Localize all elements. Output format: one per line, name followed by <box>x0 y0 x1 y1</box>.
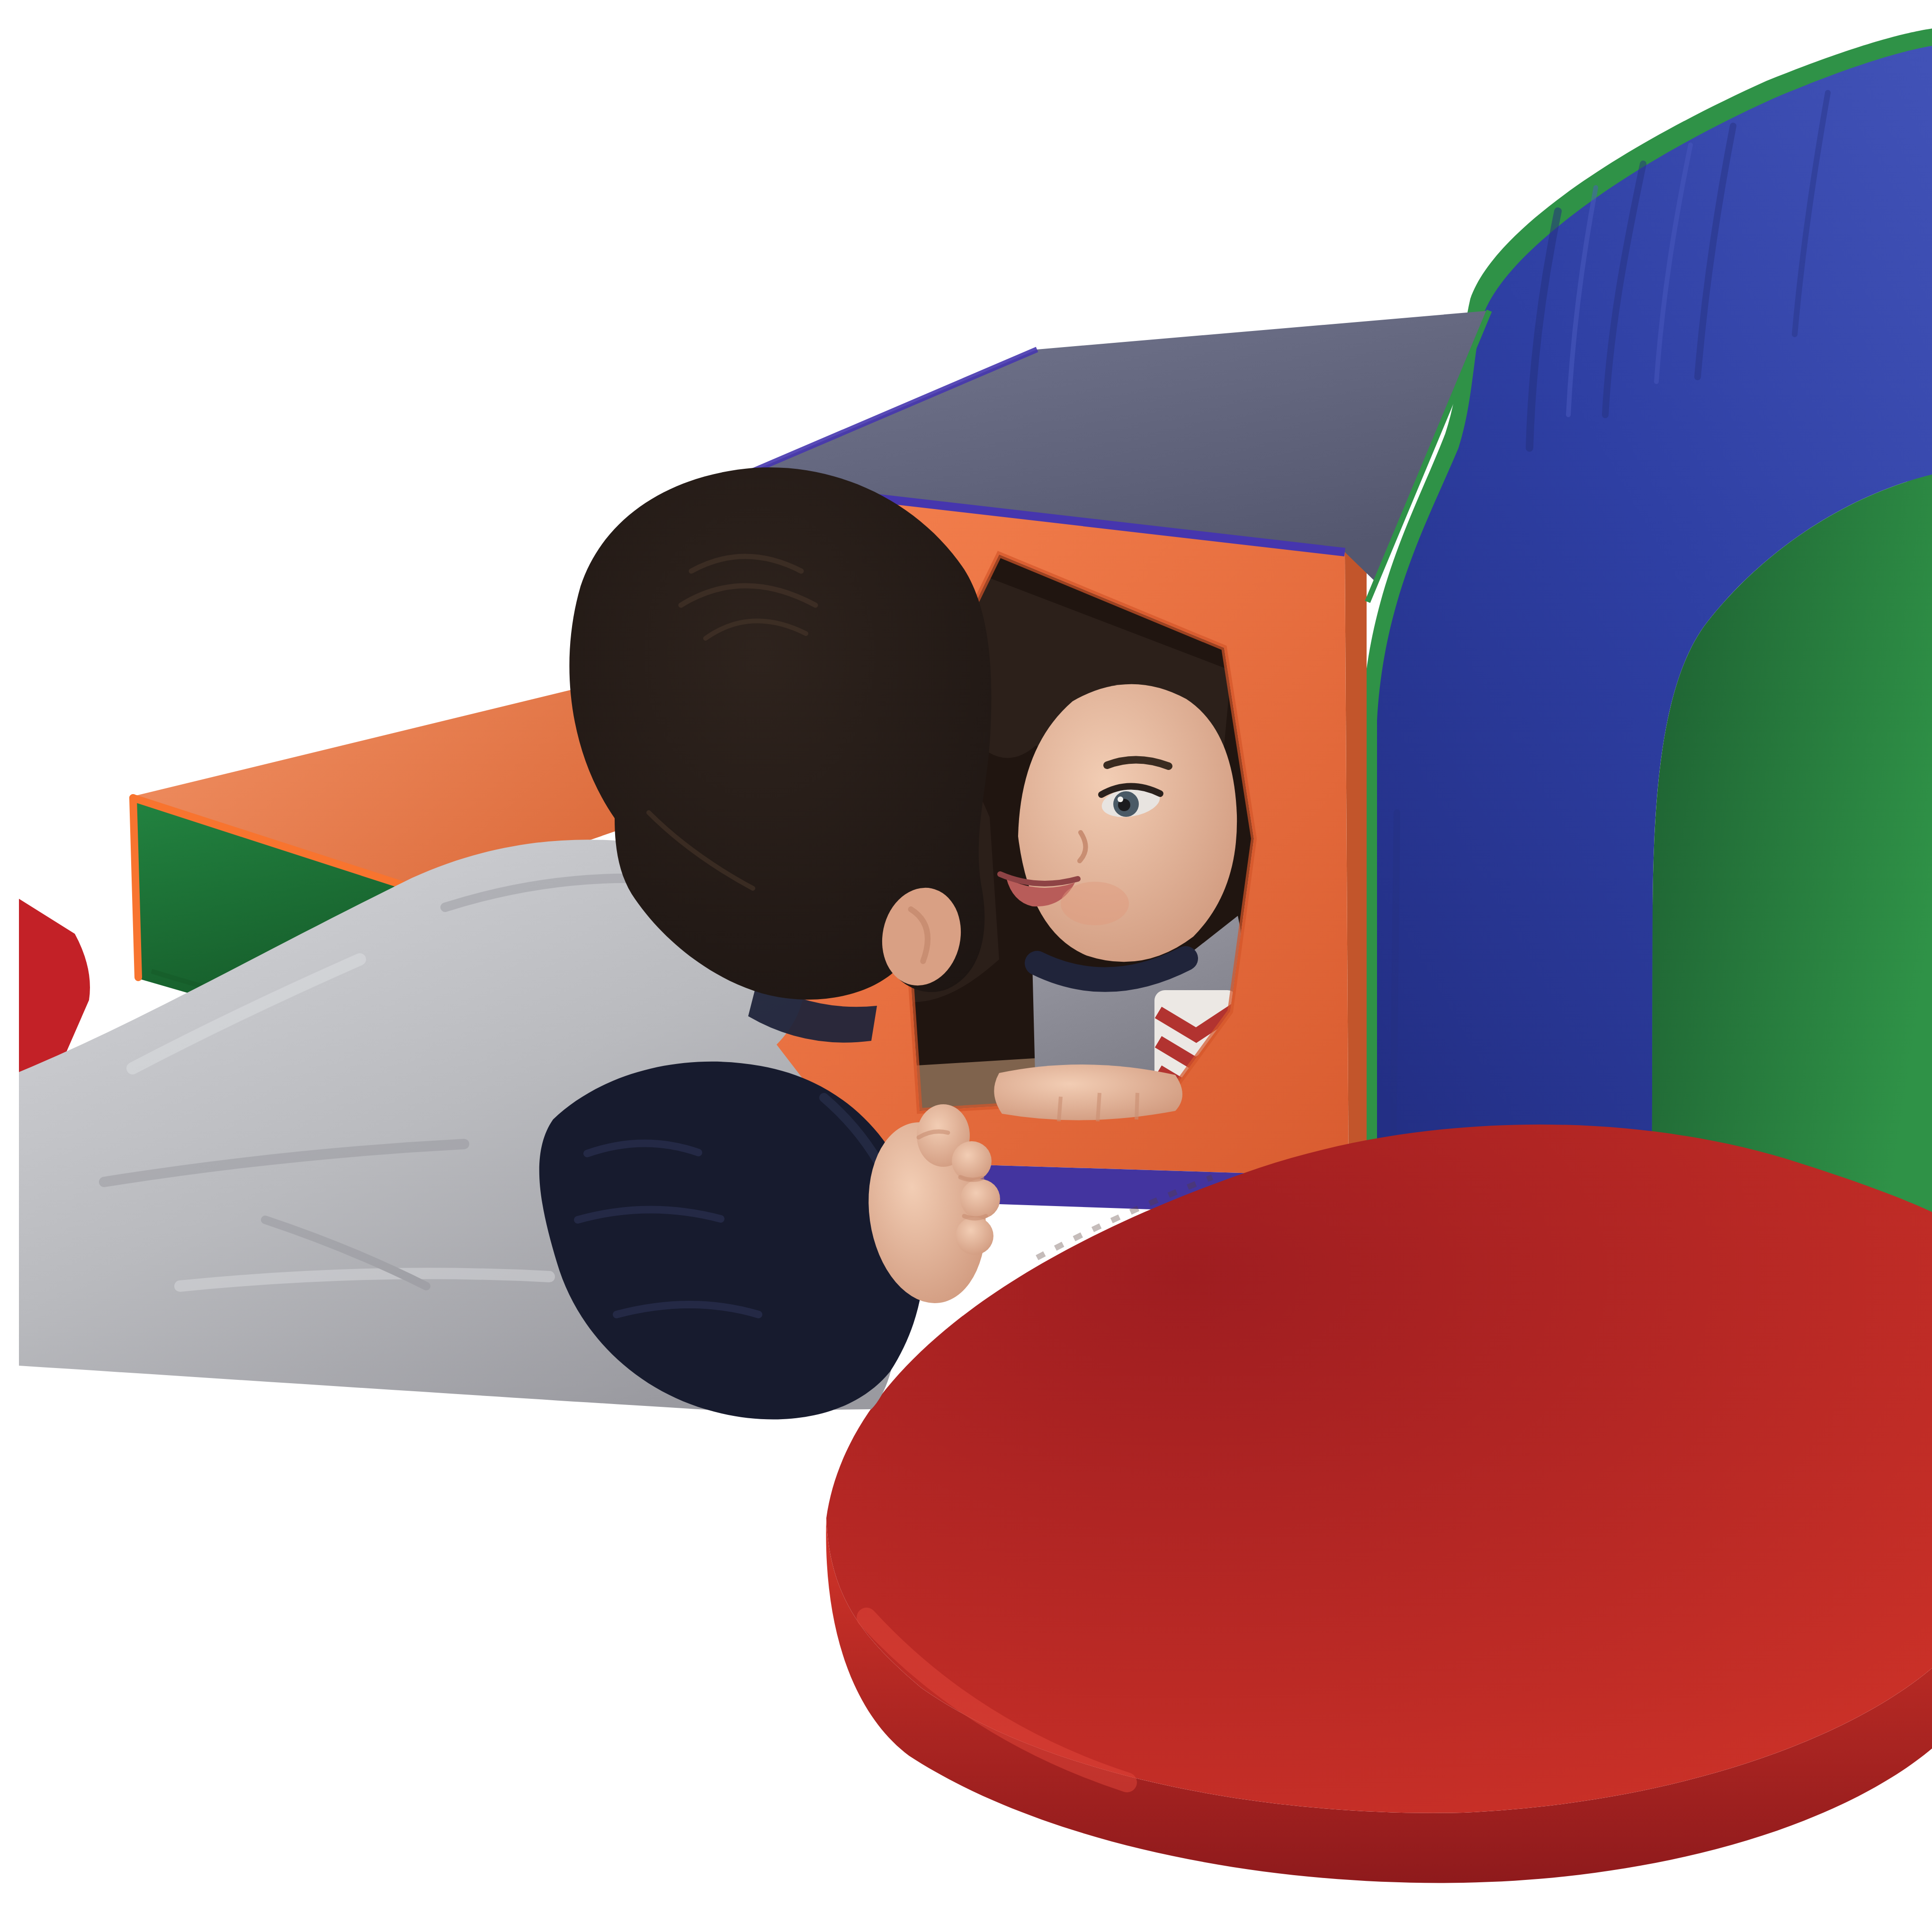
scene-canvas <box>19 8 1932 1932</box>
wedge-corner-piping <box>133 798 138 977</box>
inside-child-face <box>1018 684 1237 962</box>
inside-child-cheek <box>1061 882 1129 925</box>
soft-play-scene <box>19 8 1932 1932</box>
inside-child-arm-on-sill <box>994 1064 1182 1121</box>
